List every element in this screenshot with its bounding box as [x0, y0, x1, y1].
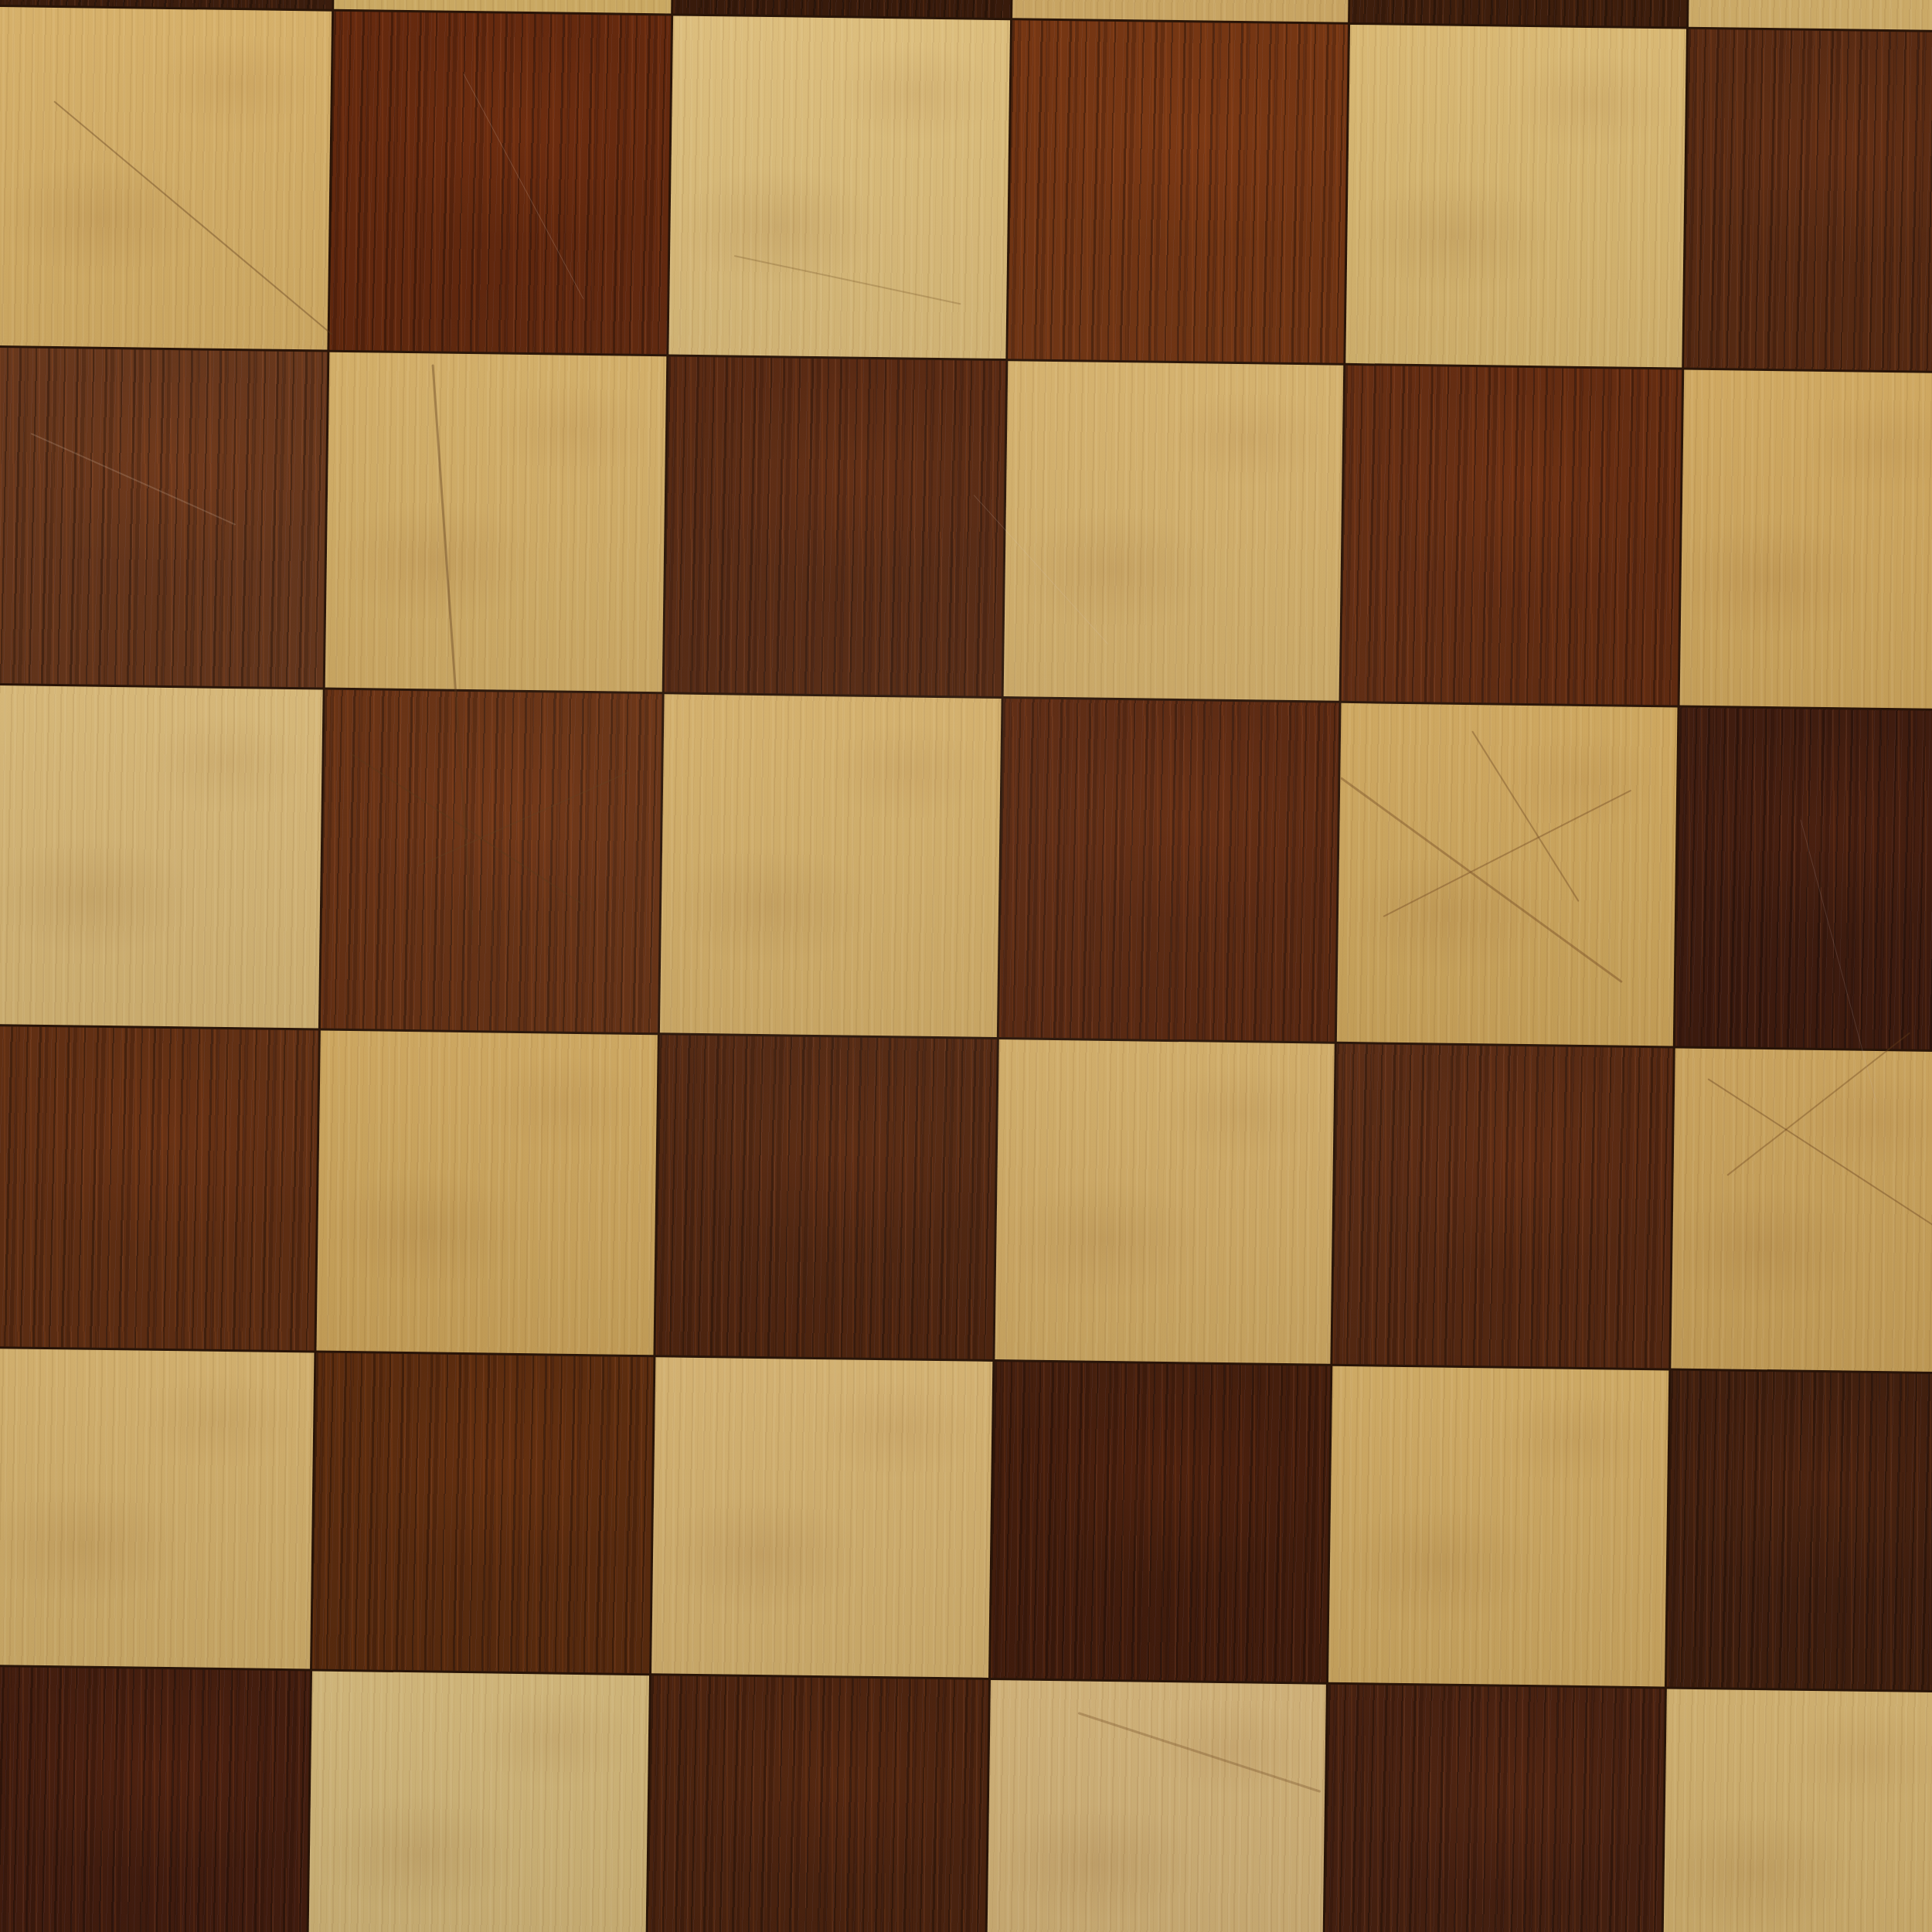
square-r0-c3[interactable] — [1012, 0, 1352, 22]
square-r6-c5[interactable] — [1663, 1689, 1932, 1932]
square-r4-c0[interactable] — [0, 1026, 318, 1351]
square-r3-c3[interactable] — [999, 699, 1339, 1042]
square-r6-c3[interactable] — [987, 1680, 1326, 1932]
square-r3-c2[interactable] — [660, 694, 1002, 1037]
square-r1-c0[interactable] — [0, 7, 332, 350]
square-r6-c1[interactable] — [308, 1672, 649, 1932]
square-r1-c4[interactable] — [1345, 25, 1686, 368]
square-r4-c3[interactable] — [995, 1039, 1334, 1364]
square-r2-c4[interactable] — [1342, 366, 1682, 706]
square-r5-c3[interactable] — [991, 1362, 1330, 1682]
square-r2-c3[interactable] — [1004, 361, 1344, 701]
square-r1-c2[interactable] — [668, 15, 1010, 359]
square-r0-c4[interactable] — [1350, 0, 1691, 27]
square-r6-c4[interactable] — [1325, 1685, 1665, 1932]
square-r0-c5[interactable] — [1689, 0, 1932, 30]
square-r6-c2[interactable] — [648, 1675, 988, 1932]
square-r2-c0[interactable] — [0, 348, 327, 688]
square-r1-c5[interactable] — [1684, 29, 1932, 372]
square-r3-c0[interactable] — [0, 685, 323, 1029]
square-r4-c5[interactable] — [1671, 1049, 1932, 1372]
square-r0-c2[interactable] — [673, 0, 1015, 18]
chessboard — [0, 0, 1932, 1932]
square-r5-c1[interactable] — [312, 1353, 653, 1674]
square-r3-c5[interactable] — [1675, 708, 1932, 1050]
square-r3-c4[interactable] — [1337, 703, 1678, 1046]
square-r4-c4[interactable] — [1332, 1044, 1672, 1369]
square-r5-c2[interactable] — [651, 1357, 992, 1678]
square-r6-c0[interactable] — [0, 1667, 310, 1932]
square-r5-c4[interactable] — [1328, 1366, 1668, 1687]
square-r2-c5[interactable] — [1680, 370, 1932, 709]
square-r4-c2[interactable] — [655, 1035, 996, 1359]
square-r5-c5[interactable] — [1667, 1370, 1932, 1690]
square-r2-c1[interactable] — [325, 352, 667, 692]
square-r2-c2[interactable] — [665, 356, 1006, 696]
chessboard-photo — [0, 0, 1932, 1932]
square-r3-c1[interactable] — [321, 690, 662, 1033]
square-r1-c1[interactable] — [329, 12, 671, 355]
square-r1-c3[interactable] — [1008, 20, 1348, 363]
square-r5-c0[interactable] — [0, 1349, 314, 1669]
square-r4-c1[interactable] — [316, 1031, 657, 1355]
